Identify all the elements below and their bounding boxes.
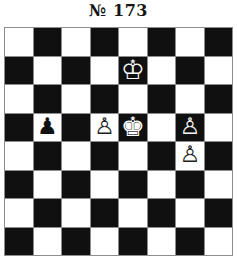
square-c6[interactable] xyxy=(62,85,90,113)
diagram-number-title: № 173 xyxy=(0,0,237,24)
square-g6[interactable] xyxy=(176,85,204,113)
square-g2[interactable] xyxy=(176,199,204,227)
square-c1[interactable] xyxy=(62,228,90,256)
square-b6[interactable] xyxy=(34,85,62,113)
piece-black-pawn: ♟ xyxy=(37,115,58,138)
square-f2[interactable] xyxy=(148,199,176,227)
square-b8[interactable] xyxy=(34,28,62,56)
square-e2[interactable] xyxy=(119,199,147,227)
square-a4[interactable] xyxy=(5,142,33,170)
square-d6[interactable] xyxy=(91,85,119,113)
square-f3[interactable] xyxy=(148,171,176,199)
piece-white-pawn: ♙ xyxy=(179,115,200,138)
square-d1[interactable] xyxy=(91,228,119,256)
square-b1[interactable] xyxy=(34,228,62,256)
square-a7[interactable] xyxy=(5,57,33,85)
square-a3[interactable] xyxy=(5,171,33,199)
square-a1[interactable] xyxy=(5,228,33,256)
square-a8[interactable] xyxy=(5,28,33,56)
square-f8[interactable] xyxy=(148,28,176,56)
square-h3[interactable] xyxy=(205,171,233,199)
piece-white-pawn: ♙ xyxy=(94,115,115,138)
board-wrap: ♔♟♙♚♙♙ xyxy=(4,27,233,256)
square-d4[interactable] xyxy=(91,142,119,170)
square-e1[interactable] xyxy=(119,228,147,256)
square-b4[interactable] xyxy=(34,142,62,170)
square-f6[interactable] xyxy=(148,85,176,113)
square-d7[interactable] xyxy=(91,57,119,85)
square-e3[interactable] xyxy=(119,171,147,199)
piece-white-pawn: ♙ xyxy=(179,143,200,166)
square-a6[interactable] xyxy=(5,85,33,113)
square-d2[interactable] xyxy=(91,199,119,227)
square-g1[interactable] xyxy=(176,228,204,256)
square-e7[interactable]: ♔ xyxy=(119,57,147,85)
piece-white-king: ♔ xyxy=(121,57,145,83)
square-h6[interactable] xyxy=(205,85,233,113)
square-h7[interactable] xyxy=(205,57,233,85)
square-c2[interactable] xyxy=(62,199,90,227)
square-g8[interactable] xyxy=(176,28,204,56)
square-d3[interactable] xyxy=(91,171,119,199)
square-c7[interactable] xyxy=(62,57,90,85)
square-e4[interactable] xyxy=(119,142,147,170)
chess-board: ♔♟♙♚♙♙ xyxy=(4,27,233,256)
square-h2[interactable] xyxy=(205,199,233,227)
square-c4[interactable] xyxy=(62,142,90,170)
square-b2[interactable] xyxy=(34,199,62,227)
square-f4[interactable] xyxy=(148,142,176,170)
square-g7[interactable] xyxy=(176,57,204,85)
square-h1[interactable] xyxy=(205,228,233,256)
square-h4[interactable] xyxy=(205,142,233,170)
square-f5[interactable] xyxy=(148,114,176,142)
square-g4[interactable]: ♙ xyxy=(176,142,204,170)
square-g5[interactable]: ♙ xyxy=(176,114,204,142)
square-e8[interactable] xyxy=(119,28,147,56)
square-c5[interactable] xyxy=(62,114,90,142)
square-a2[interactable] xyxy=(5,199,33,227)
square-a5[interactable] xyxy=(5,114,33,142)
piece-black-king: ♚ xyxy=(121,114,145,140)
square-c8[interactable] xyxy=(62,28,90,56)
square-d8[interactable] xyxy=(91,28,119,56)
square-e5[interactable]: ♚ xyxy=(119,114,147,142)
square-b7[interactable] xyxy=(34,57,62,85)
square-f1[interactable] xyxy=(148,228,176,256)
square-f7[interactable] xyxy=(148,57,176,85)
square-d5[interactable]: ♙ xyxy=(91,114,119,142)
square-e6[interactable] xyxy=(119,85,147,113)
square-h8[interactable] xyxy=(205,28,233,56)
square-b3[interactable] xyxy=(34,171,62,199)
square-h5[interactable] xyxy=(205,114,233,142)
square-c3[interactable] xyxy=(62,171,90,199)
square-b5[interactable]: ♟ xyxy=(34,114,62,142)
square-g3[interactable] xyxy=(176,171,204,199)
